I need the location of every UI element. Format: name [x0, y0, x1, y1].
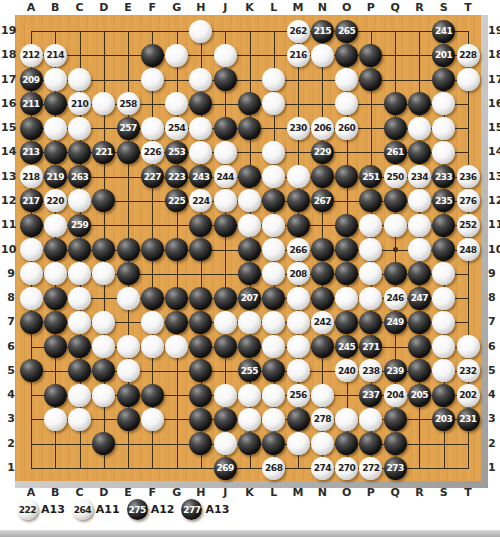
col-label-top-M: M: [286, 1, 310, 14]
caption-point-277: A13: [205, 503, 229, 516]
stone-F17[interactable]: [141, 68, 164, 91]
stone-L11[interactable]: [262, 214, 285, 237]
stone-S11[interactable]: [432, 214, 455, 237]
stone-E15[interactable]: 257: [117, 117, 140, 140]
stone-Q2[interactable]: [384, 432, 407, 455]
stone-T13[interactable]: 236: [457, 165, 480, 188]
stone-O17[interactable]: [335, 68, 358, 91]
stone-G15[interactable]: 254: [165, 117, 188, 140]
row-label-left-6: 6: [1, 340, 15, 354]
col-label-bottom-S: S: [432, 486, 456, 499]
stone-Q12[interactable]: [384, 189, 407, 212]
stone-J13[interactable]: 244: [214, 165, 237, 188]
col-label-top-S: S: [432, 1, 456, 14]
stone-K10[interactable]: [238, 238, 261, 261]
row-label-right-10: 10: [488, 243, 500, 257]
stone-C10[interactable]: [68, 238, 91, 261]
stone-Q7[interactable]: 249: [384, 311, 407, 334]
stone-Q8[interactable]: 246: [384, 287, 407, 310]
stone-O19[interactable]: 265: [335, 20, 358, 43]
col-label-bottom-G: G: [165, 486, 189, 499]
stone-C4[interactable]: [68, 384, 91, 407]
stone-A17[interactable]: 209: [20, 68, 43, 91]
stone-C14[interactable]: [68, 141, 91, 164]
stone-E5[interactable]: [117, 359, 140, 382]
stone-M9[interactable]: 208: [287, 262, 310, 285]
stone-O3[interactable]: [335, 408, 358, 431]
col-label-top-Q: Q: [383, 1, 407, 14]
stone-N13[interactable]: [311, 165, 334, 188]
row-label-left-19: 19: [1, 24, 15, 38]
col-label-bottom-R: R: [407, 486, 431, 499]
col-label-bottom-J: J: [213, 486, 237, 499]
stone-S3[interactable]: 203: [432, 408, 455, 431]
row-label-left-14: 14: [1, 145, 15, 159]
col-label-bottom-H: H: [189, 486, 213, 499]
stone-B18[interactable]: 214: [44, 44, 67, 67]
stone-A16[interactable]: 211: [20, 92, 43, 115]
row-label-right-16: 16: [488, 97, 500, 111]
row-label-left-15: 15: [1, 121, 15, 135]
stone-O8[interactable]: [335, 287, 358, 310]
stone-K7[interactable]: [238, 311, 261, 334]
stone-C7[interactable]: [68, 311, 91, 334]
stone-O18[interactable]: [335, 44, 358, 67]
stone-K15[interactable]: [238, 117, 261, 140]
stone-F18[interactable]: [141, 44, 164, 67]
stone-T12[interactable]: 276: [457, 189, 480, 212]
stone-S8[interactable]: [432, 287, 455, 310]
stone-J1[interactable]: 269: [214, 457, 237, 480]
stone-J8[interactable]: [214, 287, 237, 310]
stone-Q11[interactable]: [384, 214, 407, 237]
stone-J7[interactable]: [214, 311, 237, 334]
stone-N19[interactable]: 215: [311, 20, 334, 43]
stone-J2[interactable]: [214, 432, 237, 455]
stone-N14[interactable]: 229: [311, 141, 334, 164]
stone-H15[interactable]: [189, 117, 212, 140]
row-label-right-1: 1: [488, 461, 500, 475]
stone-O15[interactable]: 260: [335, 117, 358, 140]
stone-N1[interactable]: 274: [311, 457, 334, 480]
stone-S19[interactable]: 241: [432, 20, 455, 43]
row-label-left-7: 7: [1, 315, 15, 329]
board-edge-shadow-right: [481, 15, 488, 488]
stone-P18[interactable]: [359, 44, 382, 67]
stone-B8[interactable]: [44, 287, 67, 310]
row-label-left-9: 9: [1, 267, 15, 281]
stone-L7[interactable]: [262, 311, 285, 334]
stone-Q13[interactable]: 250: [384, 165, 407, 188]
caption-point-222: A13: [41, 503, 65, 516]
stone-T10[interactable]: 248: [457, 238, 480, 261]
stone-B6[interactable]: [44, 335, 67, 358]
stone-T6[interactable]: [457, 335, 480, 358]
stone-O11[interactable]: [335, 214, 358, 237]
stone-E3[interactable]: [117, 408, 140, 431]
stone-A10[interactable]: [20, 238, 43, 261]
stone-M3[interactable]: [287, 408, 310, 431]
col-label-top-K: K: [238, 1, 262, 14]
col-label-top-P: P: [359, 1, 383, 14]
stone-G7[interactable]: [165, 311, 188, 334]
row-label-right-19: 19: [488, 24, 500, 38]
stone-N15[interactable]: 206: [311, 117, 334, 140]
stone-R7[interactable]: [408, 311, 431, 334]
stone-H8[interactable]: [189, 287, 212, 310]
stone-A15[interactable]: [20, 117, 43, 140]
col-label-bottom-T: T: [456, 486, 480, 499]
row-label-left-5: 5: [1, 364, 15, 378]
stone-D7[interactable]: [92, 311, 115, 334]
stone-N3[interactable]: 278: [311, 408, 334, 431]
stone-A5[interactable]: [20, 359, 43, 382]
stone-F6[interactable]: [141, 335, 164, 358]
row-label-right-11: 11: [488, 218, 500, 232]
stone-B3[interactable]: [44, 408, 67, 431]
row-label-right-15: 15: [488, 121, 500, 135]
stone-C17[interactable]: [68, 68, 91, 91]
row-label-right-12: 12: [488, 194, 500, 208]
row-label-right-14: 14: [488, 145, 500, 159]
stone-A8[interactable]: [20, 287, 43, 310]
stone-K6[interactable]: [238, 335, 261, 358]
col-label-top-E: E: [116, 1, 140, 14]
col-label-bottom-K: K: [238, 486, 262, 499]
star-point-Q10: [393, 247, 398, 252]
stone-J4[interactable]: [214, 384, 237, 407]
caption-stone-222: 222: [17, 499, 38, 520]
stone-K3[interactable]: [238, 408, 261, 431]
stone-E6[interactable]: [117, 335, 140, 358]
stone-N2[interactable]: [311, 432, 334, 455]
stone-F8[interactable]: [141, 287, 164, 310]
stone-R15[interactable]: [408, 117, 431, 140]
stone-R13[interactable]: 234: [408, 165, 431, 188]
col-label-top-N: N: [310, 1, 334, 14]
stone-S7[interactable]: [432, 311, 455, 334]
stone-F10[interactable]: [141, 238, 164, 261]
col-label-bottom-Q: Q: [383, 486, 407, 499]
stone-D4[interactable]: [92, 384, 115, 407]
stone-N8[interactable]: [311, 287, 334, 310]
stone-P8[interactable]: [359, 287, 382, 310]
window-bottom-edge: [0, 530, 500, 537]
stone-L1[interactable]: 268: [262, 457, 285, 480]
stone-B11[interactable]: [44, 214, 67, 237]
stone-K4[interactable]: [238, 384, 261, 407]
stone-N6[interactable]: [311, 335, 334, 358]
stone-M10[interactable]: 266: [287, 238, 310, 261]
stone-M4[interactable]: 256: [287, 384, 310, 407]
caption-stone-275: 275: [127, 499, 148, 520]
row-label-right-2: 2: [488, 437, 500, 451]
stone-C11[interactable]: 259: [68, 214, 91, 237]
col-label-bottom-C: C: [68, 486, 92, 499]
stone-P11[interactable]: [359, 214, 382, 237]
stone-A11[interactable]: [20, 214, 43, 237]
stone-B7[interactable]: [44, 311, 67, 334]
stone-R6[interactable]: [408, 335, 431, 358]
row-label-left-2: 2: [1, 437, 15, 451]
stone-J15[interactable]: [214, 117, 237, 140]
col-label-bottom-A: A: [19, 486, 43, 499]
stone-R10[interactable]: [408, 238, 431, 261]
stone-N7[interactable]: 242: [311, 311, 334, 334]
row-label-right-3: 3: [488, 412, 500, 426]
stone-T5[interactable]: 232: [457, 359, 480, 382]
stone-M8[interactable]: [287, 287, 310, 310]
row-label-left-10: 10: [1, 243, 15, 257]
stone-T11[interactable]: 252: [457, 214, 480, 237]
stone-J11[interactable]: [214, 214, 237, 237]
stone-L8[interactable]: [262, 287, 285, 310]
stone-Q14[interactable]: 261: [384, 141, 407, 164]
stone-B14[interactable]: [44, 141, 67, 164]
stone-N9[interactable]: [311, 262, 334, 285]
stone-J18[interactable]: [214, 44, 237, 67]
row-label-left-11: 11: [1, 218, 15, 232]
stone-L4[interactable]: [262, 384, 285, 407]
stone-F7[interactable]: [141, 311, 164, 334]
col-label-bottom-N: N: [310, 486, 334, 499]
row-label-left-13: 13: [1, 170, 15, 184]
stone-N4[interactable]: [311, 384, 334, 407]
stone-Q1[interactable]: 273: [384, 457, 407, 480]
stone-E10[interactable]: [117, 238, 140, 261]
stone-B17[interactable]: [44, 68, 67, 91]
stone-O1[interactable]: 270: [335, 457, 358, 480]
stone-R4[interactable]: 205: [408, 384, 431, 407]
row-label-right-6: 6: [488, 340, 500, 354]
stone-B9[interactable]: [44, 262, 67, 285]
stone-K11[interactable]: [238, 214, 261, 237]
stone-C6[interactable]: [68, 335, 91, 358]
row-label-right-8: 8: [488, 291, 500, 305]
col-label-top-B: B: [43, 1, 67, 14]
stone-A18[interactable]: 212: [20, 44, 43, 67]
stone-P4[interactable]: 237: [359, 384, 382, 407]
stone-E16[interactable]: 258: [117, 92, 140, 115]
stone-K13[interactable]: [238, 165, 261, 188]
caption-point-275: A12: [151, 503, 175, 516]
stone-B15[interactable]: [44, 117, 67, 140]
stone-T18[interactable]: 228: [457, 44, 480, 67]
col-label-bottom-F: F: [140, 486, 164, 499]
stone-R14[interactable]: [408, 141, 431, 164]
stone-B13[interactable]: 219: [44, 165, 67, 188]
stone-M12[interactable]: [287, 189, 310, 212]
stone-M19[interactable]: 262: [287, 20, 310, 43]
col-label-bottom-M: M: [286, 486, 310, 499]
stone-N18[interactable]: [311, 44, 334, 67]
stone-M2[interactable]: [287, 432, 310, 455]
stone-S4[interactable]: [432, 384, 455, 407]
col-label-bottom-L: L: [262, 486, 286, 499]
col-label-top-D: D: [92, 1, 116, 14]
stone-E14[interactable]: [117, 141, 140, 164]
stone-R8[interactable]: 247: [408, 287, 431, 310]
stone-Q5[interactable]: 239: [384, 359, 407, 382]
stone-A7[interactable]: [20, 311, 43, 334]
stone-H4[interactable]: [189, 384, 212, 407]
stone-S15[interactable]: [432, 117, 455, 140]
stone-M7[interactable]: [287, 311, 310, 334]
stone-T17[interactable]: [457, 68, 480, 91]
stone-L14[interactable]: [262, 141, 285, 164]
row-label-right-4: 4: [488, 388, 500, 402]
stone-G14[interactable]: 253: [165, 141, 188, 164]
stone-F13[interactable]: 227: [141, 165, 164, 188]
stone-M13[interactable]: [287, 165, 310, 188]
stone-M5[interactable]: [287, 359, 310, 382]
col-label-top-R: R: [407, 1, 431, 14]
stone-M11[interactable]: [287, 214, 310, 237]
row-label-right-18: 18: [488, 48, 500, 62]
stone-F15[interactable]: [141, 117, 164, 140]
col-label-bottom-O: O: [335, 486, 359, 499]
stone-M6[interactable]: [287, 335, 310, 358]
stone-S14[interactable]: [432, 141, 455, 164]
col-label-top-L: L: [262, 1, 286, 14]
stone-F3[interactable]: [141, 408, 164, 431]
col-label-top-J: J: [213, 1, 237, 14]
stone-C3[interactable]: [68, 408, 91, 431]
stone-H19[interactable]: [189, 20, 212, 43]
stone-Q9[interactable]: [384, 262, 407, 285]
stone-M18[interactable]: 216: [287, 44, 310, 67]
row-label-left-16: 16: [1, 97, 15, 111]
col-label-bottom-P: P: [359, 486, 383, 499]
stone-J6[interactable]: [214, 335, 237, 358]
caption-point-264: A11: [96, 503, 120, 516]
row-label-right-7: 7: [488, 315, 500, 329]
col-label-top-H: H: [189, 1, 213, 14]
row-label-right-9: 9: [488, 267, 500, 281]
stone-K8[interactable]: 207: [238, 287, 261, 310]
stone-E9[interactable]: [117, 262, 140, 285]
stone-R11[interactable]: [408, 214, 431, 237]
col-label-top-O: O: [335, 1, 359, 14]
stone-G8[interactable]: [165, 287, 188, 310]
stone-Q16[interactable]: [384, 92, 407, 115]
stone-J14[interactable]: [214, 141, 237, 164]
row-label-left-1: 1: [1, 461, 15, 475]
col-label-top-F: F: [140, 1, 164, 14]
stone-A14[interactable]: 213: [20, 141, 43, 164]
stone-B16[interactable]: [44, 92, 67, 115]
stone-Q15[interactable]: [384, 117, 407, 140]
row-label-left-4: 4: [1, 388, 15, 402]
stone-A9[interactable]: [20, 262, 43, 285]
stone-P1[interactable]: 272: [359, 457, 382, 480]
row-label-left-8: 8: [1, 291, 15, 305]
stone-N10[interactable]: [311, 238, 334, 261]
caption-ko-moves: 222A13264A11275A12277A13: [17, 499, 236, 520]
stone-J17[interactable]: [214, 68, 237, 91]
stone-G10[interactable]: [165, 238, 188, 261]
caption-stone-277: 277: [181, 499, 202, 520]
stone-Q4[interactable]: 204: [384, 384, 407, 407]
stone-T4[interactable]: 202: [457, 384, 480, 407]
stone-S18[interactable]: 201: [432, 44, 455, 67]
row-label-right-17: 17: [488, 73, 500, 87]
stone-C8[interactable]: [68, 287, 91, 310]
col-label-bottom-D: D: [92, 486, 116, 499]
col-label-bottom-B: B: [43, 486, 67, 499]
row-label-left-3: 3: [1, 412, 15, 426]
row-label-right-13: 13: [488, 170, 500, 184]
col-label-top-A: A: [19, 1, 43, 14]
stone-B10[interactable]: [44, 238, 67, 261]
stone-G18[interactable]: [165, 44, 188, 67]
col-label-top-T: T: [456, 1, 480, 14]
stone-C15[interactable]: [68, 117, 91, 140]
col-label-top-C: C: [68, 1, 92, 14]
stone-A12[interactable]: 217: [20, 189, 43, 212]
stone-B4[interactable]: [44, 384, 67, 407]
row-label-left-12: 12: [1, 194, 15, 208]
stone-A13[interactable]: 218: [20, 165, 43, 188]
stone-T3[interactable]: 231: [457, 408, 480, 431]
stone-O10[interactable]: [335, 238, 358, 261]
stone-Q3[interactable]: [384, 408, 407, 431]
row-label-left-17: 17: [1, 73, 15, 87]
row-label-right-5: 5: [488, 364, 500, 378]
stone-M15[interactable]: 230: [287, 117, 310, 140]
col-label-bottom-E: E: [116, 486, 140, 499]
caption-stone-264: 264: [72, 499, 93, 520]
stone-F14[interactable]: 226: [141, 141, 164, 164]
col-label-top-G: G: [165, 1, 189, 14]
stone-E4[interactable]: [117, 384, 140, 407]
stone-F4[interactable]: [141, 384, 164, 407]
go-diagram-screen: AABBCCDDEEFFGGHHJJKKLLMMNNOOPPQQRRSSTT19…: [0, 0, 500, 537]
row-label-left-18: 18: [1, 48, 15, 62]
stone-E8[interactable]: [117, 287, 140, 310]
stone-O7[interactable]: [335, 311, 358, 334]
stone-J3[interactable]: [214, 408, 237, 431]
